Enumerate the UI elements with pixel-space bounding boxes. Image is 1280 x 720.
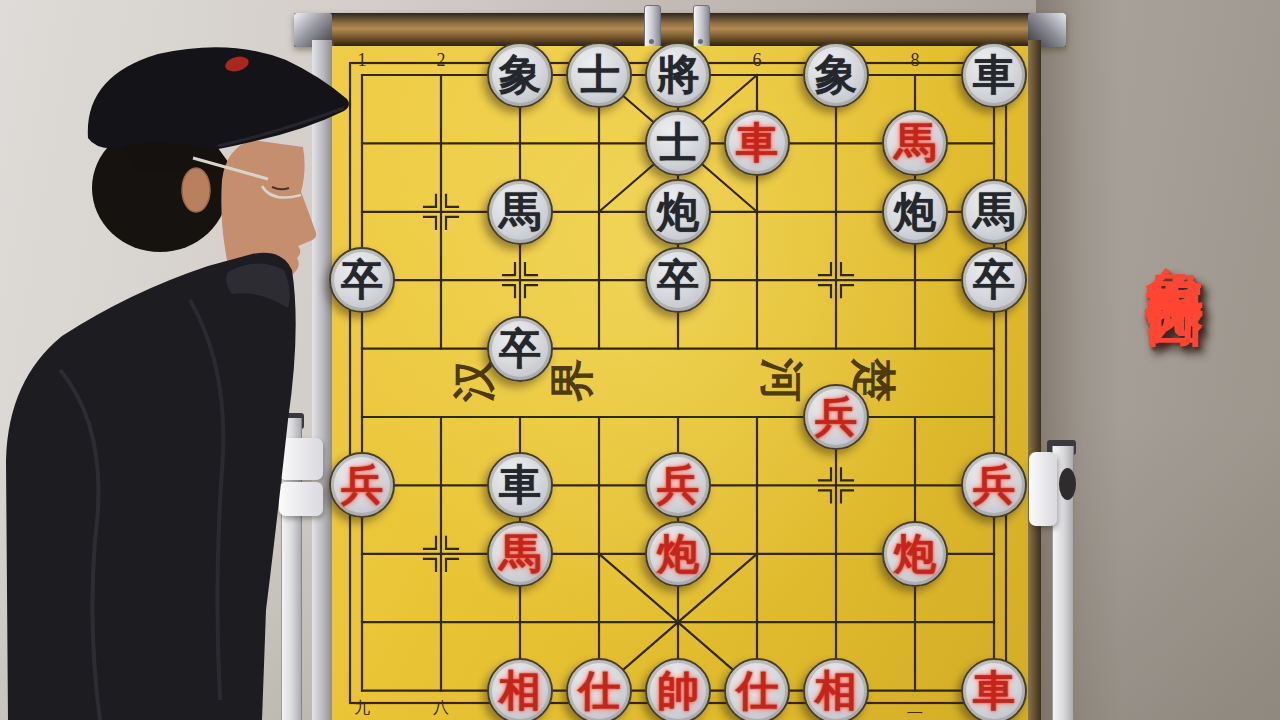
piece-black-horse[interactable]: 馬 bbox=[487, 179, 553, 245]
file-label-top-6: 6 bbox=[744, 50, 770, 71]
piece-red-soldier[interactable]: 兵 bbox=[961, 452, 1027, 518]
piece-black-advisor[interactable]: 士 bbox=[566, 42, 632, 108]
piece-black-soldier[interactable]: 卒 bbox=[645, 247, 711, 313]
cap bbox=[88, 47, 349, 150]
channel-watermark: 象棋探讨园 bbox=[1144, 220, 1214, 560]
piece-red-elephant[interactable]: 相 bbox=[487, 658, 553, 720]
piece-red-general[interactable]: 帥 bbox=[645, 658, 711, 720]
ear bbox=[182, 168, 210, 212]
file-label-bottom-2: 二 bbox=[902, 698, 928, 719]
board-cast-shadow bbox=[1036, 0, 1122, 720]
file-label-top-2: 2 bbox=[428, 50, 454, 71]
piece-red-horse[interactable]: 馬 bbox=[487, 521, 553, 587]
piece-black-chariot[interactable]: 車 bbox=[961, 42, 1027, 108]
piece-red-soldier[interactable]: 兵 bbox=[803, 384, 869, 450]
xiangqi-board: 123456789 九八七六五四三二一 汉界河楚 象士將象車士車馬馬炮炮馬卒卒卒… bbox=[332, 46, 1028, 720]
piece-black-general[interactable]: 將 bbox=[645, 42, 711, 108]
jacket bbox=[6, 253, 296, 720]
piece-black-advisor[interactable]: 士 bbox=[645, 110, 711, 176]
file-label-top-1: 1 bbox=[349, 50, 375, 71]
piece-black-cannon[interactable]: 炮 bbox=[645, 179, 711, 245]
piece-red-advisor[interactable]: 仕 bbox=[566, 658, 632, 720]
piece-red-advisor[interactable]: 仕 bbox=[724, 658, 790, 720]
board-frame-right bbox=[1028, 40, 1041, 720]
piece-black-horse[interactable]: 馬 bbox=[961, 179, 1027, 245]
piece-black-chariot[interactable]: 車 bbox=[487, 452, 553, 518]
file-label-bottom-9: 九 bbox=[349, 698, 375, 719]
board-clip-right bbox=[693, 5, 710, 51]
piece-red-chariot[interactable]: 車 bbox=[961, 658, 1027, 720]
piece-black-soldier[interactable]: 卒 bbox=[487, 316, 553, 382]
piece-black-elephant[interactable]: 象 bbox=[487, 42, 553, 108]
piece-red-soldier[interactable]: 兵 bbox=[645, 452, 711, 518]
piece-black-soldier[interactable]: 卒 bbox=[961, 247, 1027, 313]
piece-black-elephant[interactable]: 象 bbox=[803, 42, 869, 108]
piece-red-cannon[interactable]: 炮 bbox=[645, 521, 711, 587]
piece-red-cannon[interactable]: 炮 bbox=[882, 521, 948, 587]
piece-red-chariot[interactable]: 車 bbox=[724, 110, 790, 176]
piece-black-cannon[interactable]: 炮 bbox=[882, 179, 948, 245]
file-label-top-8: 8 bbox=[902, 50, 928, 71]
river-char-1: 界 bbox=[546, 354, 598, 406]
board-clip-left bbox=[644, 5, 661, 51]
file-label-bottom-8: 八 bbox=[428, 698, 454, 719]
piece-red-elephant[interactable]: 相 bbox=[803, 658, 869, 720]
piece-red-horse[interactable]: 馬 bbox=[882, 110, 948, 176]
river-char-2: 河 bbox=[756, 354, 808, 406]
presenter bbox=[0, 40, 352, 720]
